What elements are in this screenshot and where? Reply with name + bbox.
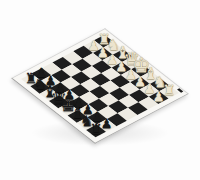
- square-h8: ♜: [86, 124, 106, 137]
- black-rook-glyph: ♜: [83, 122, 109, 136]
- chess-set-product-photo: ♜♞♝♛♚♝♞♜♟♟♟♟♟♟♟♟♟♟♟♟♟♟♟♟♜♞♝♛♚♝♞♜: [0, 0, 200, 180]
